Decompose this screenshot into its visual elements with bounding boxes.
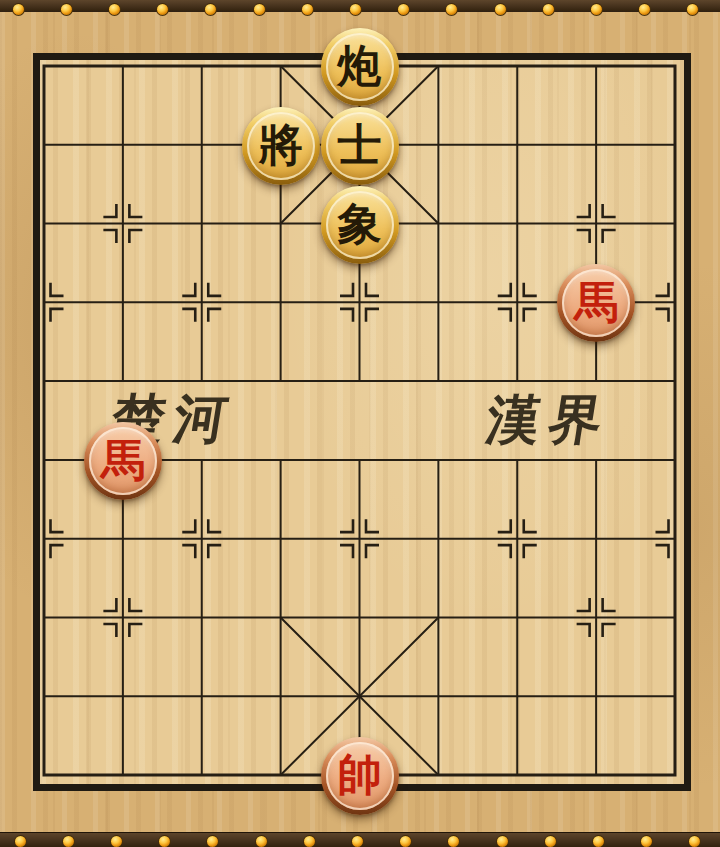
- stud-icon: [640, 835, 653, 847]
- stud-icon: [108, 3, 121, 16]
- stud-icon: [447, 835, 460, 847]
- river-label-right: 漢界: [483, 394, 615, 447]
- piece-red-horse-right[interactable]: 馬: [557, 264, 635, 342]
- piece-black-elephant[interactable]: 象: [321, 186, 399, 264]
- stud-icon: [301, 3, 314, 16]
- stud-icon: [351, 835, 364, 847]
- xiangqi-app: { "game": { "name": "Xiangqi (Chinese Ch…: [0, 0, 720, 847]
- stud-icon: [688, 835, 701, 847]
- stud-icon: [590, 3, 603, 16]
- piece-character: 將: [259, 124, 303, 168]
- stud-icon: [445, 3, 458, 16]
- stud-icon: [255, 835, 268, 847]
- stud-icon: [494, 3, 507, 16]
- stud-icon: [204, 3, 217, 16]
- stud-icon: [686, 3, 699, 16]
- piece-character: 象: [338, 203, 382, 247]
- piece-black-cannon[interactable]: 炮: [321, 28, 399, 106]
- stud-icon: [110, 835, 123, 847]
- stud-icon: [544, 835, 557, 847]
- stud-icon: [253, 3, 266, 16]
- piece-black-general[interactable]: 將: [242, 107, 320, 185]
- stud-icon: [303, 835, 316, 847]
- stud-icon: [399, 835, 412, 847]
- piece-red-horse-left[interactable]: 馬: [84, 422, 162, 500]
- piece-character: 帥: [338, 754, 382, 798]
- stud-icon: [62, 835, 75, 847]
- piece-character: 士: [338, 124, 382, 168]
- stud-icon: [496, 835, 509, 847]
- piece-character: 炮: [338, 45, 382, 89]
- piece-character: 馬: [101, 439, 145, 483]
- stud-icon: [206, 835, 219, 847]
- stud-icon: [592, 835, 605, 847]
- piece-character: 馬: [574, 281, 618, 325]
- stud-icon: [397, 3, 410, 16]
- stud-icon: [12, 3, 25, 16]
- stud-icon: [349, 3, 362, 16]
- stud-icon: [638, 3, 651, 16]
- stud-icon: [156, 3, 169, 16]
- stud-icon: [158, 835, 171, 847]
- piece-black-advisor[interactable]: 士: [321, 107, 399, 185]
- stud-icon: [60, 3, 73, 16]
- stud-icon: [542, 3, 555, 16]
- piece-red-general[interactable]: 帥: [321, 737, 399, 815]
- stud-icon: [14, 835, 27, 847]
